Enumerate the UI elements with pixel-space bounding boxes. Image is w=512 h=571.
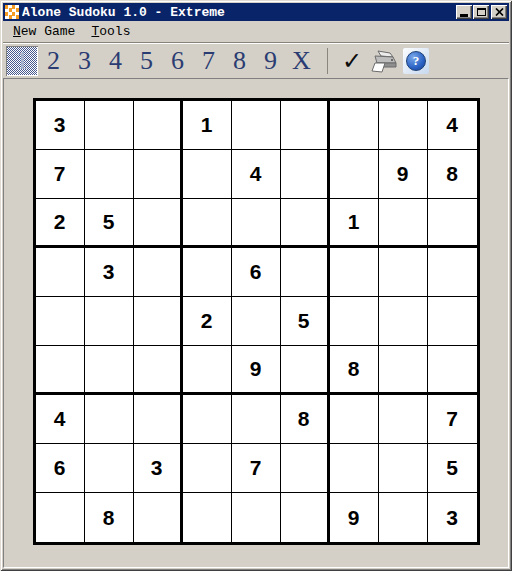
toolbar: 123456789X ✓ ? — [3, 44, 509, 78]
sudoku-cell-r8c6[interactable] — [281, 444, 330, 493]
sudoku-cell-r4c8[interactable] — [379, 248, 428, 297]
help-button[interactable]: ? — [400, 46, 432, 76]
sudoku-cell-r9c9[interactable]: 3 — [428, 493, 477, 542]
sudoku-cell-r5c5[interactable] — [232, 297, 281, 346]
sudoku-cell-r1c3[interactable] — [134, 101, 183, 150]
sudoku-cell-r5c9[interactable] — [428, 297, 477, 346]
menu-new-game-label: ew Game — [21, 24, 76, 39]
sudoku-cell-r1c5[interactable] — [232, 101, 281, 150]
sudoku-cell-r9c7[interactable]: 9 — [330, 493, 379, 542]
sudoku-cell-r2c7[interactable] — [330, 150, 379, 199]
minimize-icon — [460, 14, 468, 17]
toolbar-number-button-4[interactable]: 4 — [100, 46, 131, 76]
sudoku-cell-r7c5[interactable] — [232, 395, 281, 444]
sudoku-cell-r4c6[interactable] — [281, 248, 330, 297]
sudoku-cell-r6c6[interactable] — [281, 346, 330, 395]
sudoku-cell-r5c7[interactable] — [330, 297, 379, 346]
menu-new-game[interactable]: New Game — [5, 22, 83, 41]
menu-tools[interactable]: Tools — [83, 22, 138, 41]
sudoku-cell-r3c4[interactable] — [183, 199, 232, 248]
sudoku-cell-r3c9[interactable] — [428, 199, 477, 248]
check-icon: ✓ — [342, 47, 362, 75]
sudoku-cell-r6c9[interactable] — [428, 346, 477, 395]
sudoku-cell-r7c1[interactable]: 4 — [36, 395, 85, 444]
sudoku-board: 31474982513625984876375893 — [33, 98, 480, 545]
sudoku-cell-r5c8[interactable] — [379, 297, 428, 346]
sudoku-cell-r2c8[interactable]: 9 — [379, 150, 428, 199]
toolbar-number-button-9[interactable]: 9 — [255, 46, 286, 76]
toolbar-number-button-7[interactable]: 7 — [193, 46, 224, 76]
sudoku-cell-r5c3[interactable] — [134, 297, 183, 346]
sudoku-cell-r4c5[interactable]: 6 — [232, 248, 281, 297]
maximize-icon — [477, 8, 486, 16]
sudoku-cell-r4c1[interactable] — [36, 248, 85, 297]
toolbar-number-button-3[interactable]: 3 — [69, 46, 100, 76]
sudoku-cell-r3c2[interactable]: 5 — [85, 199, 134, 248]
close-icon — [495, 8, 504, 16]
sudoku-cell-r9c1[interactable] — [36, 493, 85, 542]
close-button[interactable] — [491, 5, 507, 19]
sudoku-cell-r7c3[interactable] — [134, 395, 183, 444]
app-window: Alone Sudoku 1.0 - Extreme New Game Tool… — [0, 0, 512, 571]
sudoku-cell-r7c4[interactable] — [183, 395, 232, 444]
menu-new-game-hotkey: N — [13, 24, 21, 39]
sudoku-cell-r5c1[interactable] — [36, 297, 85, 346]
app-icon — [5, 5, 19, 19]
help-icon: ? — [403, 48, 429, 74]
window-title: Alone Sudoku 1.0 - Extreme — [22, 5, 452, 20]
toolbar-number-button-2[interactable]: 2 — [38, 46, 69, 76]
sudoku-cell-r2c3[interactable] — [134, 150, 183, 199]
sudoku-cell-r8c3[interactable]: 3 — [134, 444, 183, 493]
title-bar: Alone Sudoku 1.0 - Extreme — [3, 3, 509, 21]
toolbar-number-button-6[interactable]: 6 — [162, 46, 193, 76]
sudoku-cell-r3c5[interactable] — [232, 199, 281, 248]
sudoku-cell-r5c6[interactable]: 5 — [281, 297, 330, 346]
sudoku-cell-r4c4[interactable] — [183, 248, 232, 297]
sudoku-cell-r6c5[interactable]: 9 — [232, 346, 281, 395]
sudoku-cell-r9c3[interactable] — [134, 493, 183, 542]
sudoku-cell-r1c2[interactable] — [85, 101, 134, 150]
sudoku-cell-r9c8[interactable] — [379, 493, 428, 542]
sudoku-cell-r8c1[interactable]: 6 — [36, 444, 85, 493]
sudoku-cell-r8c2[interactable] — [85, 444, 134, 493]
sudoku-cell-r5c2[interactable] — [85, 297, 134, 346]
sudoku-cell-r2c2[interactable] — [85, 150, 134, 199]
sudoku-cell-r7c7[interactable] — [330, 395, 379, 444]
sudoku-cell-r2c6[interactable] — [281, 150, 330, 199]
sudoku-cell-r7c2[interactable] — [85, 395, 134, 444]
sudoku-cell-r5c4[interactable]: 2 — [183, 297, 232, 346]
sudoku-cell-r8c4[interactable] — [183, 444, 232, 493]
print-button[interactable] — [368, 46, 400, 76]
sudoku-cell-r1c1[interactable]: 3 — [36, 101, 85, 150]
sudoku-cell-r3c3[interactable] — [134, 199, 183, 248]
sudoku-cell-r6c3[interactable] — [134, 346, 183, 395]
sudoku-cell-r2c9[interactable]: 8 — [428, 150, 477, 199]
sudoku-cell-r8c8[interactable] — [379, 444, 428, 493]
sudoku-cell-r4c7[interactable] — [330, 248, 379, 297]
menu-bar: New Game Tools — [3, 21, 509, 42]
sudoku-cell-r6c2[interactable] — [85, 346, 134, 395]
sudoku-cell-r4c9[interactable] — [428, 248, 477, 297]
sudoku-cell-r8c5[interactable]: 7 — [232, 444, 281, 493]
sudoku-cell-r1c9[interactable]: 4 — [428, 101, 477, 150]
sudoku-cell-r8c9[interactable]: 5 — [428, 444, 477, 493]
sudoku-cell-r3c8[interactable] — [379, 199, 428, 248]
sudoku-cell-r6c1[interactable] — [36, 346, 85, 395]
sudoku-cell-r2c5[interactable]: 4 — [232, 150, 281, 199]
sudoku-cell-r1c7[interactable] — [330, 101, 379, 150]
printer-icon — [369, 48, 399, 74]
sudoku-cell-r4c3[interactable] — [134, 248, 183, 297]
minimize-button[interactable] — [456, 5, 472, 19]
menu-tools-label: ools — [99, 24, 130, 39]
toolbar-number-button-1[interactable]: 1 — [6, 46, 38, 76]
question-mark-icon: ? — [406, 51, 426, 71]
sudoku-cell-r6c4[interactable] — [183, 346, 232, 395]
sudoku-cell-r8c7[interactable] — [330, 444, 379, 493]
sudoku-cell-r1c4[interactable]: 1 — [183, 101, 232, 150]
sudoku-cell-r9c2[interactable]: 8 — [85, 493, 134, 542]
sudoku-cell-r3c7[interactable]: 1 — [330, 199, 379, 248]
window-controls — [455, 5, 507, 19]
sudoku-cell-r1c6[interactable] — [281, 101, 330, 150]
toolbar-number-button-5[interactable]: 5 — [131, 46, 162, 76]
number-button-group: 123456789X — [6, 46, 317, 76]
toolbar-number-button-8[interactable]: 8 — [224, 46, 255, 76]
play-area: 31474982513625984876375893 — [3, 78, 509, 568]
sudoku-cell-r7c8[interactable] — [379, 395, 428, 444]
sudoku-cell-r4c2[interactable]: 3 — [85, 248, 134, 297]
sudoku-cell-r1c8[interactable] — [379, 101, 428, 150]
sudoku-cell-r3c6[interactable] — [281, 199, 330, 248]
sudoku-cell-r3c1[interactable]: 2 — [36, 199, 85, 248]
sudoku-cell-r2c4[interactable] — [183, 150, 232, 199]
sudoku-cell-r7c9[interactable]: 7 — [428, 395, 477, 444]
check-solution-button[interactable]: ✓ — [336, 46, 368, 76]
sudoku-cell-r9c6[interactable] — [281, 493, 330, 542]
sudoku-cell-r6c7[interactable]: 8 — [330, 346, 379, 395]
toolbar-separator — [327, 48, 328, 74]
maximize-button[interactable] — [473, 5, 489, 19]
toolbar-number-button-x[interactable]: X — [286, 46, 317, 76]
sudoku-cell-r9c5[interactable] — [232, 493, 281, 542]
sudoku-cell-r6c8[interactable] — [379, 346, 428, 395]
sudoku-cell-r9c4[interactable] — [183, 493, 232, 542]
sudoku-cell-r7c6[interactable]: 8 — [281, 395, 330, 444]
sudoku-cell-r2c1[interactable]: 7 — [36, 150, 85, 199]
